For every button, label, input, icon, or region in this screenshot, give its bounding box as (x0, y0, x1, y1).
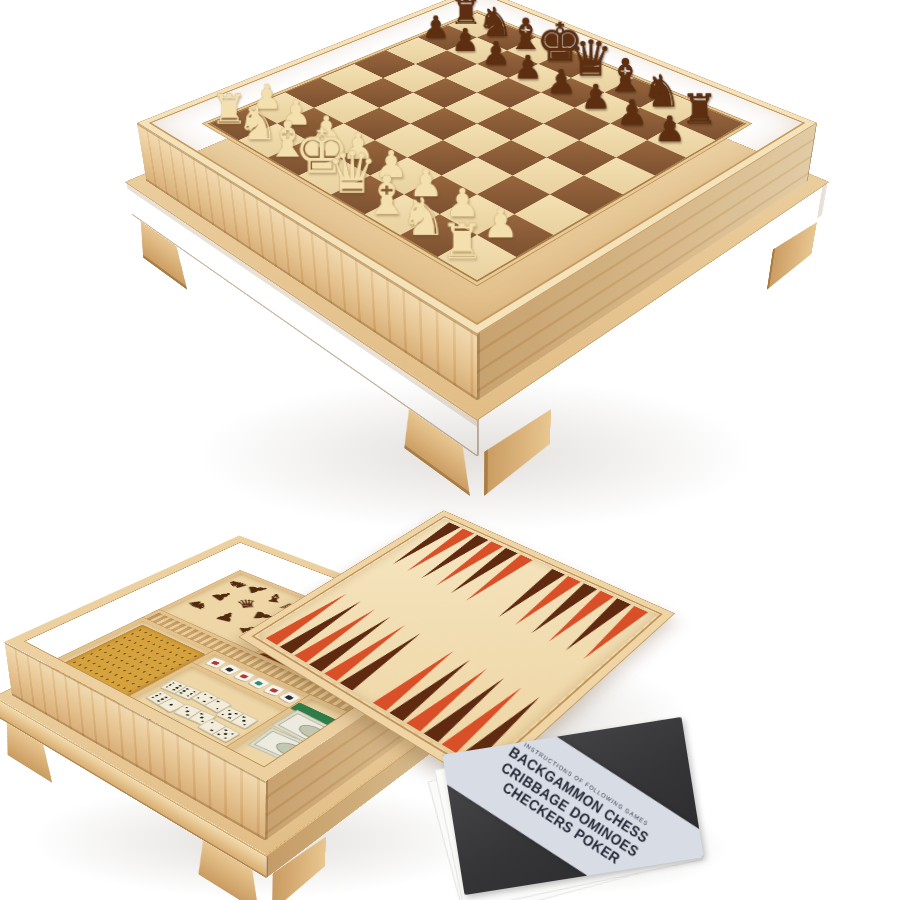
square-c8: ♝ (507, 38, 567, 64)
backgammon-point-red (507, 576, 581, 629)
backgammon-point-dark (386, 522, 460, 567)
backgammon-point-dark (444, 548, 519, 597)
backgammon-point-red (541, 590, 615, 645)
square-a7: ♟ (418, 25, 477, 50)
square-c6 (446, 64, 509, 93)
square-a6 (387, 38, 447, 64)
piece-black-rook: ♜ (445, 0, 486, 30)
product-photo-stage: ♜♞♝♚♛♝♞♜♟♟♟♟♟♟♟♟♟♟♟♟♟♟♟♟♜♞♝♚♛♝♞♜ ♞♟♝♜♟♛♟… (0, 0, 900, 900)
backgammon-point-dark (415, 535, 490, 582)
backgammon-point-red (459, 554, 534, 604)
backgammon-point-dark (491, 569, 565, 621)
square-b7: ♟ (447, 38, 507, 64)
piece-black-pawn: ♟ (474, 37, 518, 69)
piece-black-pawn: ♟ (444, 24, 487, 55)
piece-black-pawn: ♟ (645, 111, 694, 147)
square-c7: ♟ (477, 51, 538, 78)
square-a8: ♜ (448, 13, 506, 37)
square-b6 (416, 51, 477, 78)
backgammon-lid-scene (305, 470, 615, 780)
piece-black-pawn: ♟ (415, 12, 457, 43)
square-d6 (477, 78, 541, 108)
square-b8: ♞ (477, 25, 536, 50)
chess-box-scene: ♜♞♝♚♛♝♞♜♟♟♟♟♟♟♟♟♟♟♟♟♟♟♟♟♜♞♝♚♛♝♞♜ (247, 0, 707, 445)
chess-box: ♜♞♝♚♛♝♞♜♟♟♟♟♟♟♟♟♟♟♟♟♟♟♟♟♜♞♝♚♛♝♞♜ (152, 69, 803, 440)
backgammon-point-red (400, 528, 475, 574)
backgammon-point-red (429, 541, 504, 589)
square-a4 (321, 64, 384, 93)
piece-black-knight: ♞ (474, 2, 516, 42)
square-b5 (383, 64, 446, 93)
square-c5 (413, 78, 477, 108)
backgammon-bar (474, 561, 549, 612)
piece-black-bishop: ♝ (504, 13, 547, 56)
square-a5 (354, 51, 415, 78)
backgammon-bottom-points (265, 590, 548, 765)
piece-white-rook: ♜ (434, 217, 490, 266)
